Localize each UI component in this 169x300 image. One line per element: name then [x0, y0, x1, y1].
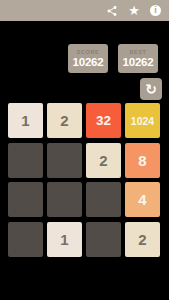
tile-32: 32 — [86, 103, 121, 138]
restart-button[interactable]: ↻ — [140, 78, 162, 100]
tile-1: 1 — [8, 103, 43, 138]
empty-cell — [8, 222, 43, 257]
action-bar: ★ i — [0, 0, 169, 21]
tile-4: 4 — [125, 182, 160, 217]
empty-cell — [8, 182, 43, 217]
empty-cell — [47, 143, 82, 178]
tile-8: 8 — [125, 143, 160, 178]
game-board[interactable]: 1232102428412 — [8, 103, 160, 257]
info-icon-letter: i — [154, 6, 157, 15]
restart-icon: ↻ — [145, 82, 157, 96]
tile-2: 2 — [47, 103, 82, 138]
best-value: 10262 — [123, 56, 154, 68]
score-label: SCORE — [77, 49, 100, 55]
best-label: BEST — [129, 49, 146, 55]
empty-cell — [86, 222, 121, 257]
empty-cell — [47, 182, 82, 217]
empty-cell — [8, 143, 43, 178]
tile-2: 2 — [125, 222, 160, 257]
scoreboard: SCORE 10262 BEST 10262 — [68, 44, 158, 73]
empty-cell — [86, 182, 121, 217]
tile-1024: 1024 — [125, 103, 160, 138]
share-icon-glyph — [106, 5, 118, 17]
star-icon[interactable]: ★ — [128, 4, 140, 17]
best-box: BEST 10262 — [118, 44, 158, 73]
share-icon[interactable] — [106, 5, 118, 17]
app-window: ★ i SCORE 10262 BEST 10262 ↻ 12321024284… — [0, 0, 169, 300]
tile-1: 1 — [47, 222, 82, 257]
tile-2: 2 — [86, 143, 121, 178]
info-icon[interactable]: i — [150, 5, 161, 16]
score-value: 10262 — [73, 56, 104, 68]
score-box: SCORE 10262 — [68, 44, 108, 73]
